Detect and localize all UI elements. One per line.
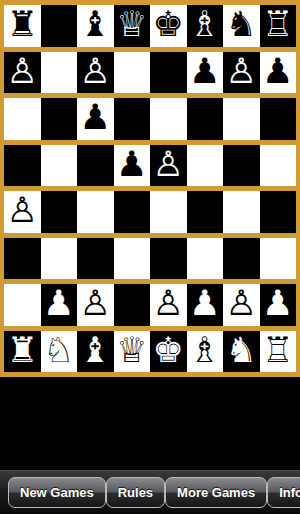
- square-e5[interactable]: ♙: [150, 145, 187, 187]
- square-b3[interactable]: [41, 238, 78, 280]
- square-a6[interactable]: [4, 98, 41, 140]
- square-h5[interactable]: [260, 145, 297, 187]
- square-e8[interactable]: ♚: [150, 5, 187, 47]
- square-e6[interactable]: [150, 98, 187, 140]
- piece-black-pawn: ♟: [116, 147, 147, 182]
- square-b6[interactable]: [41, 98, 78, 140]
- piece-white-rook: ♖: [262, 333, 293, 368]
- square-c7[interactable]: ♙: [77, 52, 114, 94]
- piece-black-pawn: ♙: [153, 147, 184, 182]
- square-c3[interactable]: [77, 238, 114, 280]
- square-d8[interactable]: ♕: [114, 5, 151, 47]
- square-c4[interactable]: [77, 191, 114, 233]
- chess-board: ♜♝♕♚♗♞♖♙♙♟♙♟♟♟♙♙♟♙♙♟♙♟♜♘♝♕♚♗♞♖: [0, 0, 300, 377]
- square-g8[interactable]: ♞: [223, 5, 260, 47]
- square-d1[interactable]: ♕: [114, 331, 151, 373]
- bottom-toolbar: New Games Rules More Games Info: [0, 470, 300, 514]
- piece-black-pawn: ♟: [80, 100, 111, 135]
- piece-white-pawn: ♟: [189, 286, 220, 321]
- piece-white-pawn: ♙: [80, 286, 111, 321]
- piece-white-rook: ♜: [7, 333, 38, 368]
- piece-white-pawn: ♙: [226, 286, 257, 321]
- square-h2[interactable]: ♟: [260, 284, 297, 326]
- piece-white-pawn: ♟: [43, 286, 74, 321]
- square-a8[interactable]: ♜: [4, 5, 41, 47]
- piece-black-queen: ♕: [116, 7, 147, 42]
- square-c2[interactable]: ♙: [77, 284, 114, 326]
- piece-black-bishop: ♗: [189, 7, 220, 42]
- square-f4[interactable]: [187, 191, 224, 233]
- piece-black-knight: ♞: [226, 7, 257, 42]
- piece-white-bishop: ♝: [80, 333, 111, 368]
- piece-white-knight: ♘: [43, 333, 74, 368]
- square-c6[interactable]: ♟: [77, 98, 114, 140]
- square-b5[interactable]: [41, 145, 78, 187]
- rules-button[interactable]: Rules: [106, 477, 165, 508]
- square-f5[interactable]: [187, 145, 224, 187]
- square-c1[interactable]: ♝: [77, 331, 114, 373]
- square-f2[interactable]: ♟: [187, 284, 224, 326]
- piece-black-pawn: ♟: [189, 54, 220, 89]
- square-g4[interactable]: [223, 191, 260, 233]
- new-games-button[interactable]: New Games: [8, 477, 106, 508]
- piece-black-pawn: ♙: [80, 54, 111, 89]
- square-b4[interactable]: [41, 191, 78, 233]
- square-b1[interactable]: ♘: [41, 331, 78, 373]
- square-g6[interactable]: [223, 98, 260, 140]
- square-c5[interactable]: [77, 145, 114, 187]
- square-g3[interactable]: [223, 238, 260, 280]
- square-d3[interactable]: [114, 238, 151, 280]
- piece-white-bishop: ♗: [189, 333, 220, 368]
- square-d4[interactable]: [114, 191, 151, 233]
- piece-black-pawn: ♟: [262, 54, 293, 89]
- square-g1[interactable]: ♞: [223, 331, 260, 373]
- piece-black-pawn: ♙: [7, 54, 38, 89]
- square-e2[interactable]: ♙: [150, 284, 187, 326]
- square-f3[interactable]: [187, 238, 224, 280]
- square-e4[interactable]: [150, 191, 187, 233]
- square-d2[interactable]: [114, 284, 151, 326]
- piece-black-bishop: ♝: [80, 7, 111, 42]
- square-h4[interactable]: [260, 191, 297, 233]
- square-h8[interactable]: ♖: [260, 5, 297, 47]
- square-a7[interactable]: ♙: [4, 52, 41, 94]
- square-d6[interactable]: [114, 98, 151, 140]
- more-games-button[interactable]: More Games: [165, 477, 267, 508]
- square-b8[interactable]: [41, 5, 78, 47]
- square-a3[interactable]: [4, 238, 41, 280]
- square-b2[interactable]: ♟: [41, 284, 78, 326]
- square-d5[interactable]: ♟: [114, 145, 151, 187]
- piece-white-pawn: ♙: [153, 286, 184, 321]
- square-g2[interactable]: ♙: [223, 284, 260, 326]
- square-f1[interactable]: ♗: [187, 331, 224, 373]
- square-g5[interactable]: [223, 145, 260, 187]
- square-c8[interactable]: ♝: [77, 5, 114, 47]
- piece-black-king: ♚: [153, 7, 184, 42]
- square-a2[interactable]: [4, 284, 41, 326]
- piece-black-rook: ♜: [7, 7, 38, 42]
- square-e7[interactable]: [150, 52, 187, 94]
- piece-white-pawn: ♙: [7, 193, 38, 228]
- piece-white-knight: ♞: [226, 333, 257, 368]
- piece-white-queen: ♕: [116, 333, 147, 368]
- piece-black-rook: ♖: [262, 7, 293, 42]
- info-button[interactable]: Info: [267, 477, 300, 508]
- piece-white-pawn: ♟: [262, 286, 293, 321]
- app-screen: ♜♝♕♚♗♞♖♙♙♟♙♟♟♟♙♙♟♙♙♟♙♟♜♘♝♕♚♗♞♖ New Games…: [0, 0, 300, 514]
- square-a4[interactable]: ♙: [4, 191, 41, 233]
- square-d7[interactable]: [114, 52, 151, 94]
- square-h1[interactable]: ♖: [260, 331, 297, 373]
- square-a1[interactable]: ♜: [4, 331, 41, 373]
- piece-black-pawn: ♙: [226, 54, 257, 89]
- square-f6[interactable]: [187, 98, 224, 140]
- piece-white-king: ♚: [153, 333, 184, 368]
- square-h6[interactable]: [260, 98, 297, 140]
- square-f7[interactable]: ♟: [187, 52, 224, 94]
- square-h7[interactable]: ♟: [260, 52, 297, 94]
- square-e1[interactable]: ♚: [150, 331, 187, 373]
- square-e3[interactable]: [150, 238, 187, 280]
- square-a5[interactable]: [4, 145, 41, 187]
- square-b7[interactable]: [41, 52, 78, 94]
- square-g7[interactable]: ♙: [223, 52, 260, 94]
- square-h3[interactable]: [260, 238, 297, 280]
- square-f8[interactable]: ♗: [187, 5, 224, 47]
